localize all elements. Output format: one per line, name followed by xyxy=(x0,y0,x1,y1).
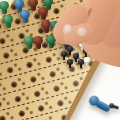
peg-stem xyxy=(69,64,72,68)
peg-stem xyxy=(86,62,89,66)
green-code-peg[interactable] xyxy=(0,1,9,14)
peg-stem xyxy=(75,58,78,62)
peg-stem xyxy=(63,56,66,60)
white-key-peg[interactable] xyxy=(79,41,85,50)
white-key-peg[interactable] xyxy=(84,57,90,66)
black-key-peg[interactable] xyxy=(67,59,73,68)
peg-stem xyxy=(49,43,54,48)
peg-stem xyxy=(88,50,91,54)
blue-code-peg[interactable] xyxy=(20,10,30,23)
peg-stem xyxy=(81,46,84,50)
peg-stem xyxy=(113,105,120,110)
peg-stem xyxy=(36,44,41,49)
peg-stem xyxy=(31,6,36,11)
mastermind-photo-scene xyxy=(0,0,120,120)
peg-stem xyxy=(6,23,11,28)
peg-stem xyxy=(2,9,7,14)
peg-stem xyxy=(27,44,32,49)
brown-code-peg[interactable] xyxy=(38,7,48,20)
peg-stem xyxy=(44,28,49,33)
brown-code-peg[interactable] xyxy=(33,36,43,49)
peg-stem xyxy=(80,64,83,68)
peg-stem xyxy=(69,51,72,55)
green-code-peg[interactable] xyxy=(3,15,13,28)
white-key-peg[interactable] xyxy=(91,52,97,61)
dark-green-code-peg[interactable] xyxy=(46,35,56,48)
peg-stem xyxy=(23,18,28,23)
peg-stem xyxy=(93,57,96,61)
